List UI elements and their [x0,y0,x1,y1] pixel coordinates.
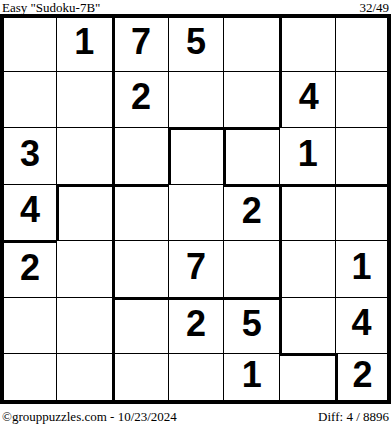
page-title: Easy "Sudoku-7B" [2,1,100,14]
cell-r4c4[interactable] [168,184,224,241]
cell-r5c1: 2 [0,240,56,297]
cell-r7c3[interactable] [112,353,168,404]
cell-r4c5: 2 [223,184,279,241]
cell-r6c1[interactable] [0,297,56,354]
cell-r2c2[interactable] [56,71,112,128]
cell-r5c4: 7 [168,240,224,297]
cell-r3c7[interactable] [335,127,391,184]
cell-r3c4[interactable] [168,127,224,184]
cell-r7c1[interactable] [0,353,56,404]
cell-r4c6[interactable] [279,184,335,241]
cell-r6c3[interactable] [112,297,168,354]
cell-r7c7: 2 [335,353,391,404]
cell-r3c5[interactable] [223,127,279,184]
footer: ©grouppuzzles.com - 10/23/2024 Diff: 4 /… [0,409,391,424]
cell-r5c6[interactable] [279,240,335,297]
cell-r6c5: 5 [223,297,279,354]
cell-r3c6: 1 [279,127,335,184]
cell-r4c3[interactable] [112,184,168,241]
sudoku-board: 17524314227125412 [0,14,391,404]
cell-r5c7: 1 [335,240,391,297]
cell-r3c3[interactable] [112,127,168,184]
cell-r2c3: 2 [112,71,168,128]
cell-r1c1[interactable] [0,14,56,71]
cell-r7c2[interactable] [56,353,112,404]
cell-r4c7[interactable] [335,184,391,241]
footer-difficulty: Diff: 4 / 8896 [318,409,389,424]
cell-r6c7: 4 [335,297,391,354]
cell-r2c1[interactable] [0,71,56,128]
cell-r6c4: 2 [168,297,224,354]
cell-r5c5[interactable] [223,240,279,297]
cell-r1c3: 7 [112,14,168,71]
cell-r2c5[interactable] [223,71,279,128]
cell-r6c6[interactable] [279,297,335,354]
cell-r2c6: 4 [279,71,335,128]
cell-r1c2: 1 [56,14,112,71]
cell-r2c4[interactable] [168,71,224,128]
cell-r4c2[interactable] [56,184,112,241]
cell-r2c7[interactable] [335,71,391,128]
puzzle-counter: 32/49 [359,1,389,14]
cell-r6c2[interactable] [56,297,112,354]
cell-r1c4: 5 [168,14,224,71]
cell-r3c2[interactable] [56,127,112,184]
footer-copyright: ©grouppuzzles.com - 10/23/2024 [2,409,177,424]
header: Easy "Sudoku-7B" 32/49 [0,0,391,14]
cell-r3c1: 3 [0,127,56,184]
cell-r7c6[interactable] [279,353,335,404]
cell-r5c2[interactable] [56,240,112,297]
cell-r7c5: 1 [223,353,279,404]
cell-r5c3[interactable] [112,240,168,297]
cell-r7c4[interactable] [168,353,224,404]
cell-r4c1: 4 [0,184,56,241]
cell-r1c7[interactable] [335,14,391,71]
cell-r1c6[interactable] [279,14,335,71]
cell-r1c5[interactable] [223,14,279,71]
